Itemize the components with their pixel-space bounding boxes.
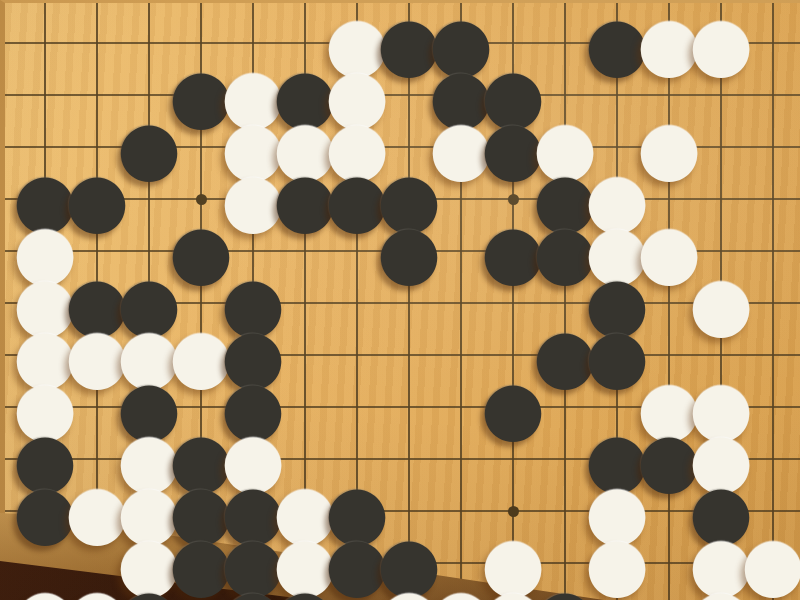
white-stone[interactable]: ● (747, 537, 799, 589)
black-stone[interactable]: ● (383, 17, 435, 69)
black-stone[interactable]: ● (331, 537, 383, 589)
white-stone[interactable]: ● (695, 17, 747, 69)
black-stone[interactable]: ● (71, 173, 123, 225)
white-stone[interactable]: ● (695, 589, 747, 600)
black-stone[interactable]: ● (175, 225, 227, 277)
black-stone[interactable]: ● (227, 589, 279, 600)
white-stone[interactable]: ● (435, 121, 487, 173)
black-stone[interactable]: ● (19, 485, 71, 537)
black-stone[interactable]: ● (175, 537, 227, 589)
black-stone[interactable]: ● (279, 173, 331, 225)
white-stone[interactable]: ● (643, 121, 695, 173)
black-stone[interactable]: ● (487, 381, 539, 433)
white-stone[interactable]: ● (695, 277, 747, 329)
black-stone[interactable]: ● (123, 589, 175, 600)
black-stone[interactable]: ● (383, 225, 435, 277)
white-stone[interactable]: ● (19, 589, 71, 600)
white-stone[interactable]: ● (487, 589, 539, 600)
black-stone[interactable]: ● (331, 173, 383, 225)
white-stone[interactable]: ● (435, 589, 487, 600)
black-stone[interactable]: ● (487, 225, 539, 277)
black-stone[interactable]: ● (279, 589, 331, 600)
black-stone[interactable]: ● (175, 69, 227, 121)
black-stone[interactable]: ● (539, 225, 591, 277)
white-stone[interactable]: ● (175, 329, 227, 381)
white-stone[interactable]: ● (227, 173, 279, 225)
white-stone[interactable]: ● (643, 17, 695, 69)
black-stone[interactable]: ● (539, 329, 591, 381)
white-stone[interactable]: ● (643, 225, 695, 277)
white-stone[interactable]: ● (591, 537, 643, 589)
white-stone[interactable]: ● (383, 589, 435, 600)
white-stone[interactable]: ● (71, 485, 123, 537)
black-stone[interactable]: ● (487, 121, 539, 173)
black-stone[interactable]: ● (591, 17, 643, 69)
go-board-surface[interactable]: ●●●●●●●●●●●●●●●●●●●●●●●●●●●●●●●●●●●●●●●●… (0, 0, 800, 600)
black-stone[interactable]: ● (539, 589, 591, 600)
white-stone[interactable]: ● (71, 589, 123, 600)
black-stone[interactable]: ● (123, 121, 175, 173)
star-point (508, 194, 519, 205)
black-stone[interactable]: ● (643, 433, 695, 485)
star-point (508, 506, 519, 517)
white-stone[interactable]: ● (71, 329, 123, 381)
go-board-photo: ●●●●●●●●●●●●●●●●●●●●●●●●●●●●●●●●●●●●●●●●… (0, 0, 800, 600)
star-point (196, 194, 207, 205)
black-stone[interactable]: ● (591, 329, 643, 381)
